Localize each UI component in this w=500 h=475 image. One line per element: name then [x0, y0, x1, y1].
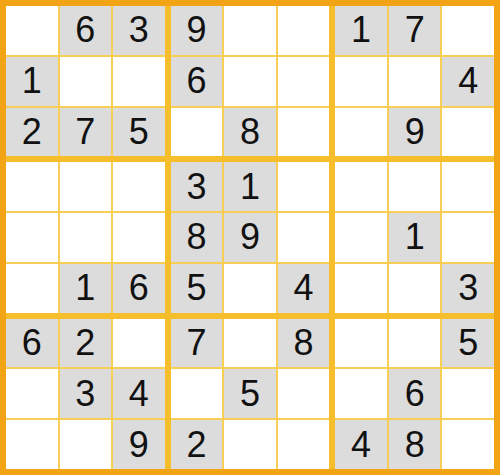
cell-r8c5[interactable]: 5	[224, 369, 276, 418]
cell-r6c3[interactable]: 6	[113, 264, 165, 313]
cell-r2c4[interactable]: 6	[171, 57, 223, 106]
sudoku-box-7: 62349	[6, 319, 165, 469]
cell-r1c2[interactable]: 6	[60, 6, 112, 55]
cell-r2c3[interactable]	[113, 57, 165, 106]
cell-r6c8[interactable]	[389, 264, 441, 313]
cell-r9c5[interactable]	[224, 420, 276, 469]
cell-r3c4[interactable]	[171, 108, 223, 157]
cell-r8c9[interactable]	[442, 369, 494, 418]
cell-r4c8[interactable]	[389, 162, 441, 211]
cell-r2c9[interactable]: 4	[442, 57, 494, 106]
cell-r1c5[interactable]	[224, 6, 276, 55]
cell-r3c1[interactable]: 2	[6, 108, 58, 157]
cell-r6c5[interactable]	[224, 264, 276, 313]
sudoku-box-3: 1749	[335, 6, 494, 156]
cell-r8c8[interactable]: 6	[389, 369, 441, 418]
cell-r8c3[interactable]: 4	[113, 369, 165, 418]
cell-r4c5[interactable]: 1	[224, 162, 276, 211]
cell-r2c1[interactable]: 1	[6, 57, 58, 106]
cell-r3c9[interactable]	[442, 108, 494, 157]
cell-r9c1[interactable]	[6, 420, 58, 469]
cell-r2c5[interactable]	[224, 57, 276, 106]
cell-r6c1[interactable]	[6, 264, 58, 313]
cell-r7c8[interactable]	[389, 319, 441, 368]
cell-r1c7[interactable]: 1	[335, 6, 387, 55]
cell-r4c4[interactable]: 3	[171, 162, 223, 211]
cell-r3c2[interactable]: 7	[60, 108, 112, 157]
cell-r4c1[interactable]	[6, 162, 58, 211]
cell-r5c7[interactable]	[335, 213, 387, 262]
cell-r5c3[interactable]	[113, 213, 165, 262]
cell-r3c5[interactable]: 8	[224, 108, 276, 157]
cell-r5c5[interactable]: 9	[224, 213, 276, 262]
cell-r2c2[interactable]	[60, 57, 112, 106]
sudoku-box-5: 318954	[171, 162, 330, 312]
sudoku-board: 631275968174916318954136234978525648	[0, 0, 500, 475]
cell-r5c8[interactable]: 1	[389, 213, 441, 262]
cell-r4c3[interactable]	[113, 162, 165, 211]
cell-r5c6[interactable]	[278, 213, 330, 262]
cell-r9c4[interactable]: 2	[171, 420, 223, 469]
cell-r6c7[interactable]	[335, 264, 387, 313]
cell-r4c9[interactable]	[442, 162, 494, 211]
cell-r5c4[interactable]: 8	[171, 213, 223, 262]
cell-r7c6[interactable]: 8	[278, 319, 330, 368]
sudoku-box-2: 968	[171, 6, 330, 156]
cell-r8c6[interactable]	[278, 369, 330, 418]
cell-r9c2[interactable]	[60, 420, 112, 469]
cell-r3c3[interactable]: 5	[113, 108, 165, 157]
cell-r2c7[interactable]	[335, 57, 387, 106]
sudoku-box-8: 7852	[171, 319, 330, 469]
cell-r8c7[interactable]	[335, 369, 387, 418]
cell-r7c7[interactable]	[335, 319, 387, 368]
cell-r6c6[interactable]: 4	[278, 264, 330, 313]
sudoku-box-4: 16	[6, 162, 165, 312]
cell-r2c6[interactable]	[278, 57, 330, 106]
cell-r4c7[interactable]	[335, 162, 387, 211]
cell-r7c9[interactable]: 5	[442, 319, 494, 368]
cell-r7c3[interactable]	[113, 319, 165, 368]
cell-r7c1[interactable]: 6	[6, 319, 58, 368]
cell-r2c8[interactable]	[389, 57, 441, 106]
cell-r9c9[interactable]	[442, 420, 494, 469]
cell-r5c1[interactable]	[6, 213, 58, 262]
cell-r1c6[interactable]	[278, 6, 330, 55]
cell-r5c2[interactable]	[60, 213, 112, 262]
cell-r8c2[interactable]: 3	[60, 369, 112, 418]
cell-r9c7[interactable]: 4	[335, 420, 387, 469]
cell-r8c1[interactable]	[6, 369, 58, 418]
cell-r7c4[interactable]: 7	[171, 319, 223, 368]
cell-r1c9[interactable]	[442, 6, 494, 55]
cell-r4c6[interactable]	[278, 162, 330, 211]
cell-r5c9[interactable]	[442, 213, 494, 262]
cell-r8c4[interactable]	[171, 369, 223, 418]
cell-r3c6[interactable]	[278, 108, 330, 157]
cell-r3c8[interactable]: 9	[389, 108, 441, 157]
cell-r4c2[interactable]	[60, 162, 112, 211]
sudoku-box-1: 631275	[6, 6, 165, 156]
cell-r7c5[interactable]	[224, 319, 276, 368]
cell-r9c6[interactable]	[278, 420, 330, 469]
cell-r3c7[interactable]	[335, 108, 387, 157]
cell-r1c1[interactable]	[6, 6, 58, 55]
cell-r7c2[interactable]: 2	[60, 319, 112, 368]
sudoku-box-6: 13	[335, 162, 494, 312]
cell-r9c3[interactable]: 9	[113, 420, 165, 469]
cell-r9c8[interactable]: 8	[389, 420, 441, 469]
sudoku-box-9: 5648	[335, 319, 494, 469]
cell-r1c8[interactable]: 7	[389, 6, 441, 55]
cell-r6c2[interactable]: 1	[60, 264, 112, 313]
cell-r1c4[interactable]: 9	[171, 6, 223, 55]
cell-r6c9[interactable]: 3	[442, 264, 494, 313]
cell-r1c3[interactable]: 3	[113, 6, 165, 55]
cell-r6c4[interactable]: 5	[171, 264, 223, 313]
